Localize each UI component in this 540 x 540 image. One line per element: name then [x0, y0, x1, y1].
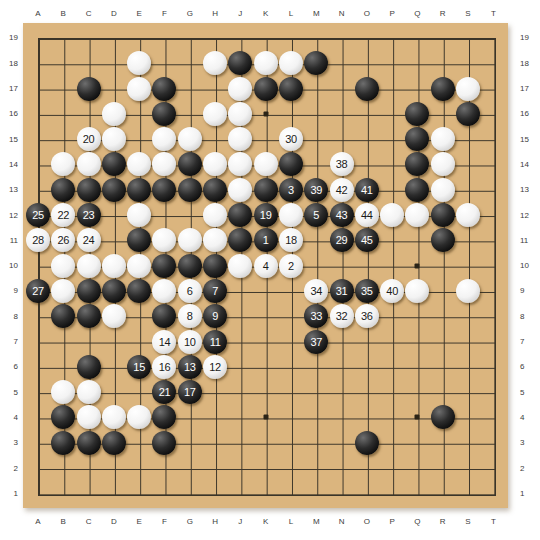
white-stone-E14[interactable] — [127, 152, 151, 176]
intersection-G12[interactable] — [177, 202, 202, 227]
intersection-R16[interactable] — [430, 101, 455, 126]
intersection-D14[interactable] — [101, 152, 126, 177]
intersection-A4[interactable] — [25, 405, 50, 430]
white-stone-H11[interactable] — [203, 228, 227, 252]
white-stone-C5[interactable] — [77, 380, 101, 404]
black-stone-F5[interactable]: 21 — [152, 380, 176, 404]
intersection-L11[interactable]: 18 — [278, 228, 303, 253]
black-stone-C6[interactable] — [77, 355, 101, 379]
intersection-F5[interactable]: 21 — [152, 380, 177, 405]
intersection-K3[interactable] — [253, 430, 278, 455]
black-stone-E13[interactable] — [127, 178, 151, 202]
intersection-M17[interactable] — [304, 76, 329, 101]
intersection-B14[interactable] — [51, 152, 76, 177]
intersection-S7[interactable] — [455, 329, 480, 354]
black-stone-G6[interactable]: 13 — [178, 355, 202, 379]
intersection-L4[interactable] — [278, 405, 303, 430]
intersection-T16[interactable] — [481, 101, 506, 126]
intersection-E11[interactable] — [127, 228, 152, 253]
intersection-R15[interactable] — [430, 127, 455, 152]
black-stone-J18[interactable] — [228, 51, 252, 75]
white-stone-N13[interactable]: 42 — [330, 178, 354, 202]
intersection-A11[interactable]: 28 — [25, 228, 50, 253]
intersection-F4[interactable] — [152, 405, 177, 430]
intersection-P1[interactable] — [380, 481, 405, 506]
black-stone-M7[interactable]: 37 — [304, 330, 328, 354]
intersection-A7[interactable] — [25, 329, 50, 354]
white-stone-J13[interactable] — [228, 178, 252, 202]
intersection-H9[interactable]: 7 — [202, 278, 227, 303]
intersection-N9[interactable]: 31 — [329, 278, 354, 303]
intersection-M8[interactable]: 33 — [304, 304, 329, 329]
intersection-P12[interactable] — [380, 202, 405, 227]
black-stone-S16[interactable] — [456, 102, 480, 126]
intersection-L15[interactable]: 30 — [278, 127, 303, 152]
intersection-D13[interactable] — [101, 177, 126, 202]
intersection-L13[interactable]: 3 — [278, 177, 303, 202]
intersection-T15[interactable] — [481, 127, 506, 152]
intersection-B12[interactable]: 22 — [51, 202, 76, 227]
intersection-T10[interactable] — [481, 253, 506, 278]
intersection-B2[interactable] — [51, 455, 76, 480]
intersection-O12[interactable]: 44 — [354, 202, 379, 227]
white-stone-F9[interactable] — [152, 279, 176, 303]
intersection-O7[interactable] — [354, 329, 379, 354]
white-stone-E18[interactable] — [127, 51, 151, 75]
black-stone-R12[interactable] — [431, 203, 455, 227]
intersection-A12[interactable]: 25 — [25, 202, 50, 227]
intersection-S11[interactable] — [455, 228, 480, 253]
white-stone-E17[interactable] — [127, 77, 151, 101]
white-stone-G9[interactable]: 6 — [178, 279, 202, 303]
white-stone-N14[interactable]: 38 — [330, 152, 354, 176]
intersection-J14[interactable] — [228, 152, 253, 177]
intersection-H5[interactable] — [202, 380, 227, 405]
intersection-C19[interactable] — [76, 25, 101, 50]
black-stone-C12[interactable]: 23 — [77, 203, 101, 227]
intersection-M13[interactable]: 39 — [304, 177, 329, 202]
white-stone-B5[interactable] — [51, 380, 75, 404]
intersection-Q15[interactable] — [405, 127, 430, 152]
intersection-M1[interactable] — [304, 481, 329, 506]
intersection-R8[interactable] — [430, 304, 455, 329]
black-stone-Q14[interactable] — [405, 152, 429, 176]
intersection-T5[interactable] — [481, 380, 506, 405]
intersection-J16[interactable] — [228, 101, 253, 126]
intersection-Q7[interactable] — [405, 329, 430, 354]
intersection-O17[interactable] — [354, 76, 379, 101]
intersection-E18[interactable] — [127, 51, 152, 76]
intersection-C3[interactable] — [76, 430, 101, 455]
intersection-G6[interactable]: 13 — [177, 354, 202, 379]
intersection-A16[interactable] — [25, 101, 50, 126]
intersection-S18[interactable] — [455, 51, 480, 76]
black-stone-D13[interactable] — [102, 178, 126, 202]
black-stone-F8[interactable] — [152, 304, 176, 328]
intersection-M16[interactable] — [304, 101, 329, 126]
intersection-P4[interactable] — [380, 405, 405, 430]
intersection-K12[interactable]: 19 — [253, 202, 278, 227]
intersection-O10[interactable] — [354, 253, 379, 278]
white-stone-G11[interactable] — [178, 228, 202, 252]
intersection-T11[interactable] — [481, 228, 506, 253]
intersection-M7[interactable]: 37 — [304, 329, 329, 354]
intersection-A19[interactable] — [25, 25, 50, 50]
intersection-T2[interactable] — [481, 455, 506, 480]
intersection-H3[interactable] — [202, 430, 227, 455]
intersection-F6[interactable]: 16 — [152, 354, 177, 379]
black-stone-D9[interactable] — [102, 279, 126, 303]
intersection-J6[interactable] — [228, 354, 253, 379]
black-stone-L17[interactable] — [279, 77, 303, 101]
white-stone-H6[interactable]: 12 — [203, 355, 227, 379]
intersection-C5[interactable] — [76, 380, 101, 405]
intersection-K2[interactable] — [253, 455, 278, 480]
intersection-D2[interactable] — [101, 455, 126, 480]
intersection-H17[interactable] — [202, 76, 227, 101]
intersection-S3[interactable] — [455, 430, 480, 455]
intersection-Q17[interactable] — [405, 76, 430, 101]
intersection-S10[interactable] — [455, 253, 480, 278]
intersection-O18[interactable] — [354, 51, 379, 76]
intersection-B16[interactable] — [51, 101, 76, 126]
intersection-N19[interactable] — [329, 25, 354, 50]
intersection-J10[interactable] — [228, 253, 253, 278]
intersection-G14[interactable] — [177, 152, 202, 177]
intersection-G17[interactable] — [177, 76, 202, 101]
intersection-C6[interactable] — [76, 354, 101, 379]
black-stone-N11[interactable]: 29 — [330, 228, 354, 252]
black-stone-K13[interactable] — [254, 178, 278, 202]
intersection-R11[interactable] — [430, 228, 455, 253]
black-stone-H10[interactable] — [203, 254, 227, 278]
intersection-B10[interactable] — [51, 253, 76, 278]
intersection-N6[interactable] — [329, 354, 354, 379]
intersection-H7[interactable]: 11 — [202, 329, 227, 354]
intersection-G10[interactable] — [177, 253, 202, 278]
intersection-D16[interactable] — [101, 101, 126, 126]
intersection-B15[interactable] — [51, 127, 76, 152]
black-stone-G5[interactable]: 17 — [178, 380, 202, 404]
white-stone-J14[interactable] — [228, 152, 252, 176]
white-stone-K10[interactable]: 4 — [254, 254, 278, 278]
intersection-G4[interactable] — [177, 405, 202, 430]
intersection-S9[interactable] — [455, 278, 480, 303]
intersection-N16[interactable] — [329, 101, 354, 126]
intersection-P16[interactable] — [380, 101, 405, 126]
intersection-F10[interactable] — [152, 253, 177, 278]
black-stone-O17[interactable] — [355, 77, 379, 101]
intersection-J17[interactable] — [228, 76, 253, 101]
white-stone-B14[interactable] — [51, 152, 75, 176]
intersection-G18[interactable] — [177, 51, 202, 76]
intersection-D8[interactable] — [101, 304, 126, 329]
intersection-B13[interactable] — [51, 177, 76, 202]
intersection-T12[interactable] — [481, 202, 506, 227]
black-stone-C3[interactable] — [77, 431, 101, 455]
intersection-K19[interactable] — [253, 25, 278, 50]
intersection-N17[interactable] — [329, 76, 354, 101]
intersection-D18[interactable] — [101, 51, 126, 76]
intersection-G2[interactable] — [177, 455, 202, 480]
white-stone-K14[interactable] — [254, 152, 278, 176]
intersection-C17[interactable] — [76, 76, 101, 101]
intersection-O11[interactable]: 45 — [354, 228, 379, 253]
black-stone-R4[interactable] — [431, 405, 455, 429]
black-stone-A9[interactable]: 27 — [26, 279, 50, 303]
intersection-G11[interactable] — [177, 228, 202, 253]
intersection-M2[interactable] — [304, 455, 329, 480]
intersection-C1[interactable] — [76, 481, 101, 506]
intersection-G19[interactable] — [177, 25, 202, 50]
intersection-N15[interactable] — [329, 127, 354, 152]
intersection-Q6[interactable] — [405, 354, 430, 379]
intersection-R18[interactable] — [430, 51, 455, 76]
intersection-R19[interactable] — [430, 25, 455, 50]
intersection-F11[interactable] — [152, 228, 177, 253]
intersection-H1[interactable] — [202, 481, 227, 506]
intersection-T6[interactable] — [481, 354, 506, 379]
black-stone-C17[interactable] — [77, 77, 101, 101]
intersection-C13[interactable] — [76, 177, 101, 202]
black-stone-F16[interactable] — [152, 102, 176, 126]
intersection-F1[interactable] — [152, 481, 177, 506]
intersection-H10[interactable] — [202, 253, 227, 278]
intersection-M5[interactable] — [304, 380, 329, 405]
white-stone-C4[interactable] — [77, 405, 101, 429]
black-stone-Q13[interactable] — [405, 178, 429, 202]
white-stone-R13[interactable] — [431, 178, 455, 202]
white-stone-E12[interactable] — [127, 203, 151, 227]
intersection-T7[interactable] — [481, 329, 506, 354]
black-stone-F13[interactable] — [152, 178, 176, 202]
intersection-K8[interactable] — [253, 304, 278, 329]
intersection-D15[interactable] — [101, 127, 126, 152]
intersection-K4[interactable] — [253, 405, 278, 430]
intersection-R6[interactable] — [430, 354, 455, 379]
intersection-K6[interactable] — [253, 354, 278, 379]
intersection-T14[interactable] — [481, 152, 506, 177]
intersection-Q3[interactable] — [405, 430, 430, 455]
intersection-G1[interactable] — [177, 481, 202, 506]
intersection-C16[interactable] — [76, 101, 101, 126]
white-stone-O8[interactable]: 36 — [355, 304, 379, 328]
intersection-N12[interactable]: 43 — [329, 202, 354, 227]
white-stone-D8[interactable] — [102, 304, 126, 328]
black-stone-A12[interactable]: 25 — [26, 203, 50, 227]
intersection-M12[interactable]: 5 — [304, 202, 329, 227]
intersection-Q19[interactable] — [405, 25, 430, 50]
white-stone-D4[interactable] — [102, 405, 126, 429]
intersection-F7[interactable]: 14 — [152, 329, 177, 354]
intersection-Q14[interactable] — [405, 152, 430, 177]
intersection-S1[interactable] — [455, 481, 480, 506]
intersection-P15[interactable] — [380, 127, 405, 152]
intersection-H12[interactable] — [202, 202, 227, 227]
intersection-D11[interactable] — [101, 228, 126, 253]
white-stone-G7[interactable]: 10 — [178, 330, 202, 354]
intersection-F9[interactable] — [152, 278, 177, 303]
intersection-J19[interactable] — [228, 25, 253, 50]
intersection-E9[interactable] — [127, 278, 152, 303]
intersection-L14[interactable] — [278, 152, 303, 177]
black-stone-J11[interactable] — [228, 228, 252, 252]
intersection-D9[interactable] — [101, 278, 126, 303]
intersection-E19[interactable] — [127, 25, 152, 50]
black-stone-K12[interactable]: 19 — [254, 203, 278, 227]
intersection-R2[interactable] — [430, 455, 455, 480]
black-stone-C8[interactable] — [77, 304, 101, 328]
white-stone-A11[interactable]: 28 — [26, 228, 50, 252]
intersection-Q13[interactable] — [405, 177, 430, 202]
intersection-L2[interactable] — [278, 455, 303, 480]
intersection-O1[interactable] — [354, 481, 379, 506]
white-stone-D10[interactable] — [102, 254, 126, 278]
white-stone-L10[interactable]: 2 — [279, 254, 303, 278]
white-stone-N8[interactable]: 32 — [330, 304, 354, 328]
intersection-H8[interactable]: 9 — [202, 304, 227, 329]
black-stone-L13[interactable]: 3 — [279, 178, 303, 202]
black-stone-D14[interactable] — [102, 152, 126, 176]
black-stone-G13[interactable] — [178, 178, 202, 202]
intersection-F16[interactable] — [152, 101, 177, 126]
intersection-J13[interactable] — [228, 177, 253, 202]
intersection-K16[interactable] — [253, 101, 278, 126]
white-stone-E4[interactable] — [127, 405, 151, 429]
intersection-H14[interactable] — [202, 152, 227, 177]
intersection-N10[interactable] — [329, 253, 354, 278]
intersection-E17[interactable] — [127, 76, 152, 101]
intersection-J2[interactable] — [228, 455, 253, 480]
white-stone-M9[interactable]: 34 — [304, 279, 328, 303]
intersection-M9[interactable]: 34 — [304, 278, 329, 303]
intersection-P2[interactable] — [380, 455, 405, 480]
white-stone-S12[interactable] — [456, 203, 480, 227]
intersection-T8[interactable] — [481, 304, 506, 329]
black-stone-F4[interactable] — [152, 405, 176, 429]
intersection-O9[interactable]: 35 — [354, 278, 379, 303]
intersection-C7[interactable] — [76, 329, 101, 354]
intersection-P6[interactable] — [380, 354, 405, 379]
white-stone-K18[interactable] — [254, 51, 278, 75]
intersection-A9[interactable]: 27 — [25, 278, 50, 303]
black-stone-J12[interactable] — [228, 203, 252, 227]
intersection-L1[interactable] — [278, 481, 303, 506]
intersection-D4[interactable] — [101, 405, 126, 430]
intersection-H11[interactable] — [202, 228, 227, 253]
intersection-R17[interactable] — [430, 76, 455, 101]
intersection-P17[interactable] — [380, 76, 405, 101]
black-stone-Q16[interactable] — [405, 102, 429, 126]
intersection-C8[interactable] — [76, 304, 101, 329]
black-stone-O9[interactable]: 35 — [355, 279, 379, 303]
intersection-A18[interactable] — [25, 51, 50, 76]
intersection-H18[interactable] — [202, 51, 227, 76]
intersection-A14[interactable] — [25, 152, 50, 177]
black-stone-E9[interactable] — [127, 279, 151, 303]
intersection-R3[interactable] — [430, 430, 455, 455]
intersection-N7[interactable] — [329, 329, 354, 354]
intersection-E1[interactable] — [127, 481, 152, 506]
black-stone-N9[interactable]: 31 — [330, 279, 354, 303]
white-stone-G15[interactable] — [178, 127, 202, 151]
intersection-B18[interactable] — [51, 51, 76, 76]
black-stone-H9[interactable]: 7 — [203, 279, 227, 303]
black-stone-F17[interactable] — [152, 77, 176, 101]
intersection-N4[interactable] — [329, 405, 354, 430]
white-stone-D16[interactable] — [102, 102, 126, 126]
intersection-K5[interactable] — [253, 380, 278, 405]
white-stone-F14[interactable] — [152, 152, 176, 176]
intersection-T17[interactable] — [481, 76, 506, 101]
intersection-J7[interactable] — [228, 329, 253, 354]
intersection-E7[interactable] — [127, 329, 152, 354]
intersection-O19[interactable] — [354, 25, 379, 50]
intersection-P10[interactable] — [380, 253, 405, 278]
intersection-H13[interactable] — [202, 177, 227, 202]
intersection-S17[interactable] — [455, 76, 480, 101]
intersection-N1[interactable] — [329, 481, 354, 506]
intersection-Q8[interactable] — [405, 304, 430, 329]
intersection-F2[interactable] — [152, 455, 177, 480]
intersection-B19[interactable] — [51, 25, 76, 50]
intersection-Q4[interactable] — [405, 405, 430, 430]
intersection-S5[interactable] — [455, 380, 480, 405]
intersection-C11[interactable]: 24 — [76, 228, 101, 253]
intersection-D7[interactable] — [101, 329, 126, 354]
intersection-O8[interactable]: 36 — [354, 304, 379, 329]
intersection-C18[interactable] — [76, 51, 101, 76]
black-stone-M13[interactable]: 39 — [304, 178, 328, 202]
intersection-A2[interactable] — [25, 455, 50, 480]
white-stone-P9[interactable]: 40 — [380, 279, 404, 303]
intersection-J4[interactable] — [228, 405, 253, 430]
white-stone-L15[interactable]: 30 — [279, 127, 303, 151]
intersection-D12[interactable] — [101, 202, 126, 227]
intersection-P14[interactable] — [380, 152, 405, 177]
intersection-J9[interactable] — [228, 278, 253, 303]
intersection-S16[interactable] — [455, 101, 480, 126]
intersection-J8[interactable] — [228, 304, 253, 329]
intersection-E13[interactable] — [127, 177, 152, 202]
intersection-N11[interactable]: 29 — [329, 228, 354, 253]
intersection-F12[interactable] — [152, 202, 177, 227]
intersection-D6[interactable] — [101, 354, 126, 379]
white-stone-L11[interactable]: 18 — [279, 228, 303, 252]
intersection-D3[interactable] — [101, 430, 126, 455]
white-stone-H14[interactable] — [203, 152, 227, 176]
intersection-F17[interactable] — [152, 76, 177, 101]
intersection-N5[interactable] — [329, 380, 354, 405]
black-stone-N12[interactable]: 43 — [330, 203, 354, 227]
intersection-B17[interactable] — [51, 76, 76, 101]
intersection-D19[interactable] — [101, 25, 126, 50]
intersection-O16[interactable] — [354, 101, 379, 126]
intersection-L19[interactable] — [278, 25, 303, 50]
black-stone-O11[interactable]: 45 — [355, 228, 379, 252]
intersection-G13[interactable] — [177, 177, 202, 202]
white-stone-R14[interactable] — [431, 152, 455, 176]
intersection-K18[interactable] — [253, 51, 278, 76]
white-stone-P12[interactable] — [380, 203, 404, 227]
intersection-P19[interactable] — [380, 25, 405, 50]
intersection-E6[interactable]: 15 — [127, 354, 152, 379]
intersection-C10[interactable] — [76, 253, 101, 278]
intersection-O3[interactable] — [354, 430, 379, 455]
intersection-S13[interactable] — [455, 177, 480, 202]
black-stone-L14[interactable] — [279, 152, 303, 176]
intersection-B6[interactable] — [51, 354, 76, 379]
